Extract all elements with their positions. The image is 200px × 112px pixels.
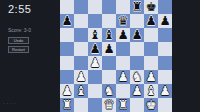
- square-b2[interactable]: ♝: [74, 84, 88, 98]
- square-g2[interactable]: ♝: [144, 84, 158, 98]
- square-c6[interactable]: ♝: [88, 28, 102, 42]
- square-b8[interactable]: [74, 0, 88, 14]
- square-f6[interactable]: ♟: [130, 28, 144, 42]
- square-d1[interactable]: ♛: [102, 98, 116, 112]
- square-e6[interactable]: ♟: [116, 28, 130, 42]
- square-a7[interactable]: ♟: [60, 14, 74, 28]
- square-f1[interactable]: [130, 98, 144, 112]
- white-pawn-piece: ♟: [89, 56, 100, 70]
- chess-board: ♜♚♟♛♟♟♝♝♟♟♟♟♟♟♟♞♟♟♝♞♟♝♟♜♛♜♚: [60, 0, 172, 112]
- black-queen-piece: ♛: [117, 14, 128, 28]
- black-rook-piece: ♜: [131, 0, 142, 14]
- white-bishop-piece: ♝: [145, 84, 156, 98]
- black-bishop-piece: ♝: [89, 28, 100, 42]
- square-d2[interactable]: ♞: [102, 84, 116, 98]
- white-pawn-piece: ♟: [131, 84, 142, 98]
- square-a8[interactable]: [60, 0, 74, 14]
- square-e7[interactable]: ♛: [116, 14, 130, 28]
- black-bishop-piece: ♝: [103, 28, 114, 42]
- square-e5[interactable]: [116, 42, 130, 56]
- square-c4[interactable]: ♟: [88, 56, 102, 70]
- square-a5[interactable]: [60, 42, 74, 56]
- square-d8[interactable]: [102, 0, 116, 14]
- square-g7[interactable]: ♟: [144, 14, 158, 28]
- square-g3[interactable]: ♟: [144, 70, 158, 84]
- square-c7[interactable]: [88, 14, 102, 28]
- square-h5[interactable]: [158, 42, 172, 56]
- white-pawn-piece: ♟: [75, 70, 86, 84]
- white-queen-piece: ♛: [103, 98, 114, 112]
- black-pawn-piece: ♟: [89, 42, 100, 56]
- footer-dots: ····: [3, 100, 17, 106]
- square-f2[interactable]: ♟: [130, 84, 144, 98]
- square-f8[interactable]: ♜: [130, 0, 144, 14]
- square-b4[interactable]: [74, 56, 88, 70]
- black-pawn-piece: ♟: [145, 14, 156, 28]
- square-d7[interactable]: [102, 14, 116, 28]
- white-knight-piece: ♞: [103, 84, 114, 98]
- square-c5[interactable]: ♟: [88, 42, 102, 56]
- black-pawn-piece: ♟: [131, 28, 142, 42]
- square-e8[interactable]: [116, 0, 130, 14]
- square-c1[interactable]: [88, 98, 102, 112]
- restart-button[interactable]: Restart: [8, 46, 29, 53]
- square-e1[interactable]: ♜: [116, 98, 130, 112]
- square-b7[interactable]: [74, 14, 88, 28]
- square-f7[interactable]: [130, 14, 144, 28]
- square-h6[interactable]: [158, 28, 172, 42]
- square-d6[interactable]: ♝: [102, 28, 116, 42]
- square-a1[interactable]: ♜: [60, 98, 74, 112]
- white-pawn-piece: ♟: [61, 84, 72, 98]
- square-f3[interactable]: ♞: [130, 70, 144, 84]
- square-e2[interactable]: [116, 84, 130, 98]
- black-king-piece: ♚: [145, 0, 156, 14]
- square-a4[interactable]: [60, 56, 74, 70]
- square-h8[interactable]: [158, 0, 172, 14]
- square-h2[interactable]: ♟: [158, 84, 172, 98]
- black-pawn-piece: ♟: [103, 42, 114, 56]
- square-a6[interactable]: [60, 28, 74, 42]
- square-d5[interactable]: ♟: [102, 42, 116, 56]
- square-a3[interactable]: [60, 70, 74, 84]
- undo-button[interactable]: Undo: [8, 37, 29, 44]
- square-e4[interactable]: [116, 56, 130, 70]
- square-b6[interactable]: [74, 28, 88, 42]
- square-g4[interactable]: [144, 56, 158, 70]
- black-pawn-piece: ♟: [61, 14, 72, 28]
- square-h7[interactable]: ♟: [158, 14, 172, 28]
- square-d3[interactable]: [102, 70, 116, 84]
- square-c3[interactable]: [88, 70, 102, 84]
- square-h1[interactable]: [158, 98, 172, 112]
- white-rook-piece: ♜: [117, 98, 128, 112]
- square-g1[interactable]: ♚: [144, 98, 158, 112]
- square-h4[interactable]: [158, 56, 172, 70]
- white-pawn-piece: ♟: [117, 70, 128, 84]
- black-pawn-piece: ♟: [117, 28, 128, 42]
- square-b3[interactable]: ♟: [74, 70, 88, 84]
- white-knight-piece: ♞: [131, 70, 142, 84]
- square-c2[interactable]: [88, 84, 102, 98]
- square-d4[interactable]: [102, 56, 116, 70]
- square-b1[interactable]: [74, 98, 88, 112]
- square-c8[interactable]: [88, 0, 102, 14]
- white-rook-piece: ♜: [61, 98, 72, 112]
- square-g8[interactable]: ♚: [144, 0, 158, 14]
- white-bishop-piece: ♝: [75, 84, 86, 98]
- square-f5[interactable]: [130, 42, 144, 56]
- black-pawn-piece: ♟: [159, 14, 170, 28]
- square-f4[interactable]: [130, 56, 144, 70]
- white-pawn-piece: ♟: [159, 84, 170, 98]
- square-g6[interactable]: [144, 28, 158, 42]
- game-timer: 2:55: [8, 3, 31, 15]
- side-panel: 2:55 Score: 3-0 Undo Restart ····: [0, 0, 60, 112]
- square-b5[interactable]: [74, 42, 88, 56]
- white-pawn-piece: ♟: [145, 70, 156, 84]
- square-g5[interactable]: [144, 42, 158, 56]
- square-e3[interactable]: ♟: [116, 70, 130, 84]
- chess-app-window: 2:55 Score: 3-0 Undo Restart ···· ♜♚♟♛♟♟…: [0, 0, 200, 112]
- square-h3[interactable]: [158, 70, 172, 84]
- white-king-piece: ♚: [145, 98, 156, 112]
- score-label: Score: 3-0: [8, 27, 31, 33]
- square-a2[interactable]: ♟: [60, 84, 74, 98]
